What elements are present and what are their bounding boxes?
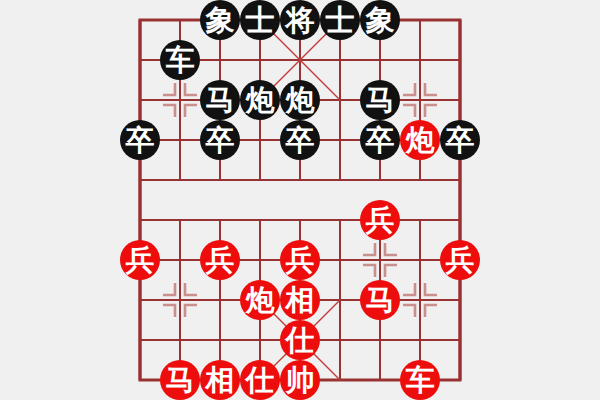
piece-red-soldier[interactable]: 兵	[200, 240, 240, 280]
piece-black-cannon[interactable]: 炮	[280, 80, 320, 120]
piece-red-horse[interactable]: 马	[160, 360, 200, 400]
piece-red-general[interactable]: 帅	[280, 360, 320, 400]
piece-black-soldier[interactable]: 卒	[440, 120, 480, 160]
piece-black-general[interactable]: 将	[280, 0, 320, 40]
piece-black-soldier[interactable]: 卒	[200, 120, 240, 160]
piece-red-cannon[interactable]: 炮	[400, 120, 440, 160]
piece-black-chariot[interactable]: 车	[160, 40, 200, 80]
piece-black-soldier[interactable]: 卒	[280, 120, 320, 160]
piece-black-elephant[interactable]: 象	[360, 0, 400, 40]
piece-red-chariot[interactable]: 车	[400, 360, 440, 400]
piece-black-horse[interactable]: 马	[360, 80, 400, 120]
piece-red-soldier[interactable]: 兵	[280, 240, 320, 280]
piece-black-elephant[interactable]: 象	[200, 0, 240, 40]
piece-red-elephant[interactable]: 相	[280, 280, 320, 320]
piece-black-advisor[interactable]: 士	[240, 0, 280, 40]
piece-red-advisor[interactable]: 仕	[280, 320, 320, 360]
piece-red-elephant[interactable]: 相	[200, 360, 240, 400]
xiangqi-board[interactable]: 象士将士象车马炮炮马卒卒卒卒炮卒兵兵兵兵兵炮相马仕马相仕帅车	[120, 0, 480, 400]
piece-red-cannon[interactable]: 炮	[240, 280, 280, 320]
piece-black-soldier[interactable]: 卒	[360, 120, 400, 160]
piece-black-advisor[interactable]: 士	[320, 0, 360, 40]
piece-black-cannon[interactable]: 炮	[240, 80, 280, 120]
piece-red-soldier[interactable]: 兵	[120, 240, 160, 280]
piece-red-advisor[interactable]: 仕	[240, 360, 280, 400]
piece-red-soldier[interactable]: 兵	[360, 200, 400, 240]
piece-black-soldier[interactable]: 卒	[120, 120, 160, 160]
piece-red-soldier[interactable]: 兵	[440, 240, 480, 280]
pieces-layer: 象士将士象车马炮炮马卒卒卒卒炮卒兵兵兵兵兵炮相马仕马相仕帅车	[120, 0, 480, 400]
piece-red-horse[interactable]: 马	[360, 280, 400, 320]
piece-black-horse[interactable]: 马	[200, 80, 240, 120]
